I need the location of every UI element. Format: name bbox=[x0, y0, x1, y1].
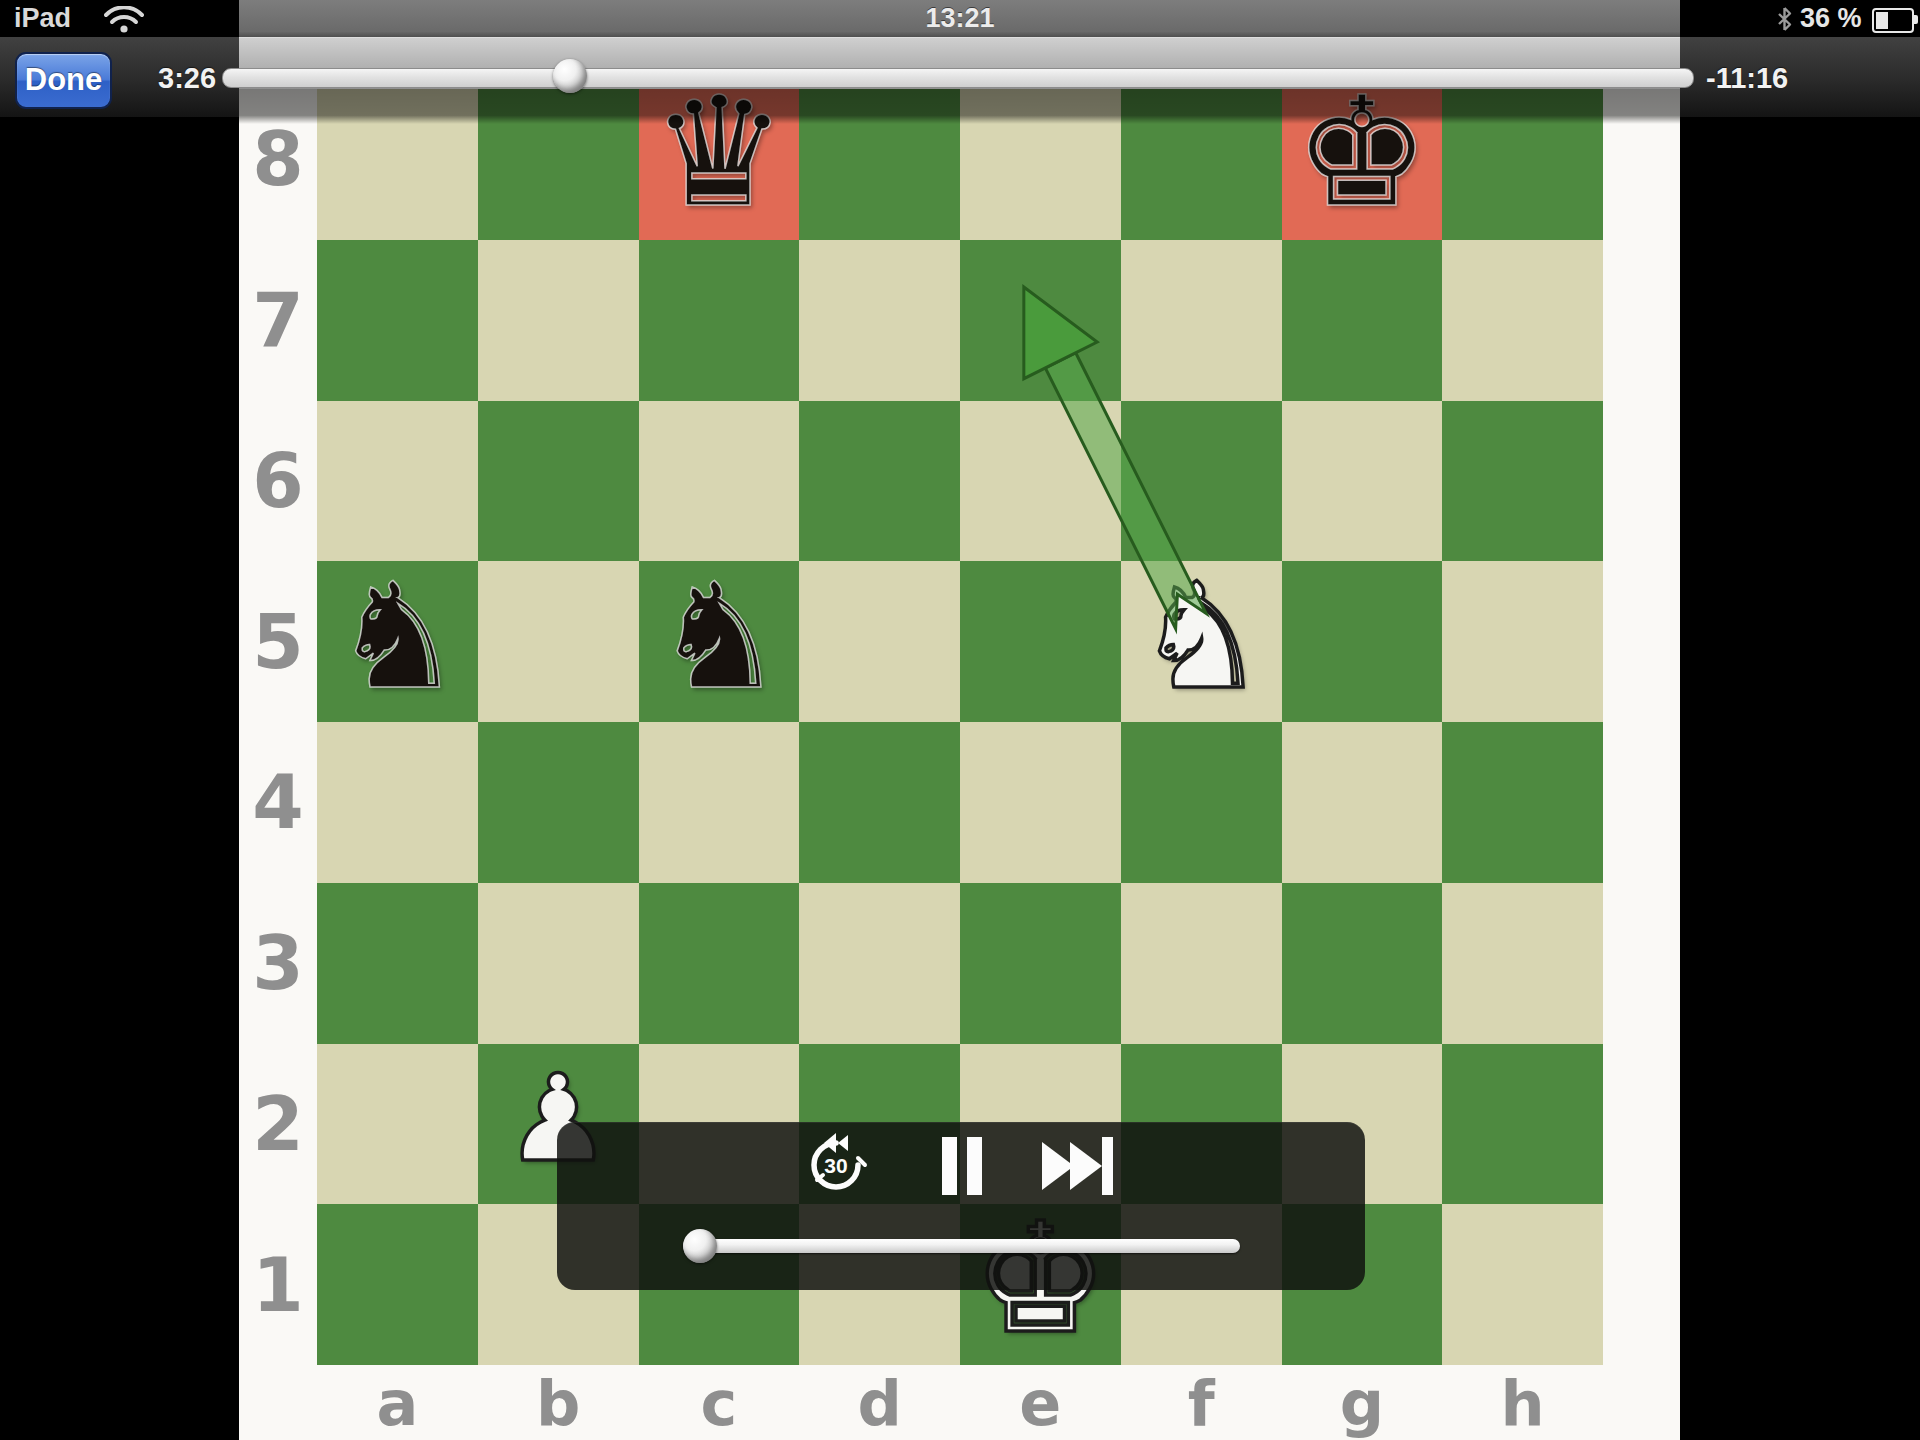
square-b4 bbox=[478, 722, 639, 883]
rank-label-6: 6 bbox=[252, 438, 304, 524]
file-label-h: h bbox=[1501, 1367, 1545, 1440]
pause-button[interactable] bbox=[942, 1137, 982, 1195]
file-label-c: c bbox=[700, 1367, 737, 1440]
black-knight: ♞ bbox=[332, 563, 463, 709]
rank-label-7: 7 bbox=[252, 277, 304, 363]
file-label-f: f bbox=[1188, 1367, 1215, 1440]
square-h5 bbox=[1442, 561, 1603, 722]
square-e7 bbox=[960, 240, 1121, 401]
square-a6 bbox=[317, 401, 478, 562]
square-f6 bbox=[1121, 401, 1282, 562]
rewind-30-button[interactable]: 30 bbox=[803, 1131, 869, 1201]
pause-bar bbox=[942, 1137, 957, 1195]
rank-label-5: 5 bbox=[252, 599, 304, 685]
square-h1 bbox=[1442, 1204, 1603, 1365]
square-h4 bbox=[1442, 722, 1603, 883]
square-b7 bbox=[478, 240, 639, 401]
panel-progress-slider[interactable] bbox=[683, 1239, 1240, 1253]
square-b5 bbox=[478, 561, 639, 722]
square-h7 bbox=[1442, 240, 1603, 401]
white-knight: ♞ bbox=[1136, 563, 1267, 709]
square-a2 bbox=[317, 1044, 478, 1205]
square-g4 bbox=[1282, 722, 1443, 883]
black-knight: ♞ bbox=[653, 563, 784, 709]
square-h6 bbox=[1442, 401, 1603, 562]
square-a1 bbox=[317, 1204, 478, 1365]
square-h2 bbox=[1442, 1044, 1603, 1205]
square-g7 bbox=[1282, 240, 1443, 401]
square-c6 bbox=[639, 401, 800, 562]
remaining-time: -11:16 bbox=[1706, 62, 1796, 95]
rank-label-4: 4 bbox=[252, 759, 304, 845]
rank-label-3: 3 bbox=[252, 920, 304, 1006]
square-c7 bbox=[639, 240, 800, 401]
square-h3 bbox=[1442, 883, 1603, 1044]
square-a5: ♞ bbox=[317, 561, 478, 722]
clock: 13:21 bbox=[0, 3, 1920, 34]
rewind-seconds-label: 30 bbox=[824, 1154, 847, 1177]
square-c4 bbox=[639, 722, 800, 883]
square-b6 bbox=[478, 401, 639, 562]
square-g3 bbox=[1282, 883, 1443, 1044]
square-a7 bbox=[317, 240, 478, 401]
pause-bar bbox=[967, 1137, 982, 1195]
battery-nub bbox=[1914, 15, 1918, 24]
file-label-g: g bbox=[1340, 1367, 1384, 1440]
done-button[interactable]: Done bbox=[15, 52, 112, 109]
panel-slider-thumb[interactable] bbox=[683, 1229, 717, 1263]
status-bar: iPad 13:21 36 % bbox=[0, 0, 1920, 37]
file-label-e: e bbox=[1019, 1367, 1061, 1440]
file-label-d: d bbox=[857, 1367, 901, 1440]
square-g5 bbox=[1282, 561, 1443, 722]
square-d4 bbox=[799, 722, 960, 883]
square-f5: ♞ bbox=[1121, 561, 1282, 722]
square-c3 bbox=[639, 883, 800, 1044]
file-label-b: b bbox=[536, 1367, 580, 1440]
battery-percent: 36 % bbox=[1800, 3, 1862, 34]
elapsed-time: 3:26 bbox=[158, 62, 210, 95]
square-f4 bbox=[1121, 722, 1282, 883]
battery-fill bbox=[1876, 12, 1888, 29]
square-e5 bbox=[960, 561, 1121, 722]
ipad-screen: ♛♚♞♞♞♟♚ 87654321abcdefgh Done 3:26 -11:1… bbox=[0, 0, 1920, 1440]
square-d3 bbox=[799, 883, 960, 1044]
chrome-shadow bbox=[239, 88, 1680, 124]
square-g6 bbox=[1282, 401, 1443, 562]
rank-label-2: 2 bbox=[252, 1081, 304, 1167]
skip-next-button[interactable] bbox=[1042, 1137, 1114, 1195]
file-label-a: a bbox=[376, 1367, 418, 1440]
square-e3 bbox=[960, 883, 1121, 1044]
square-e6 bbox=[960, 401, 1121, 562]
square-f7 bbox=[1121, 240, 1282, 401]
rank-label-1: 1 bbox=[252, 1242, 304, 1328]
video-scrubber[interactable] bbox=[222, 68, 1694, 88]
square-f3 bbox=[1121, 883, 1282, 1044]
square-e4 bbox=[960, 722, 1121, 883]
bluetooth-icon bbox=[1777, 7, 1792, 31]
square-a4 bbox=[317, 722, 478, 883]
square-d7 bbox=[799, 240, 960, 401]
square-b3 bbox=[478, 883, 639, 1044]
square-d6 bbox=[799, 401, 960, 562]
square-a3 bbox=[317, 883, 478, 1044]
battery-icon bbox=[1872, 8, 1914, 33]
rank-label-8: 8 bbox=[252, 116, 304, 202]
square-d5 bbox=[799, 561, 960, 722]
square-c5: ♞ bbox=[639, 561, 800, 722]
